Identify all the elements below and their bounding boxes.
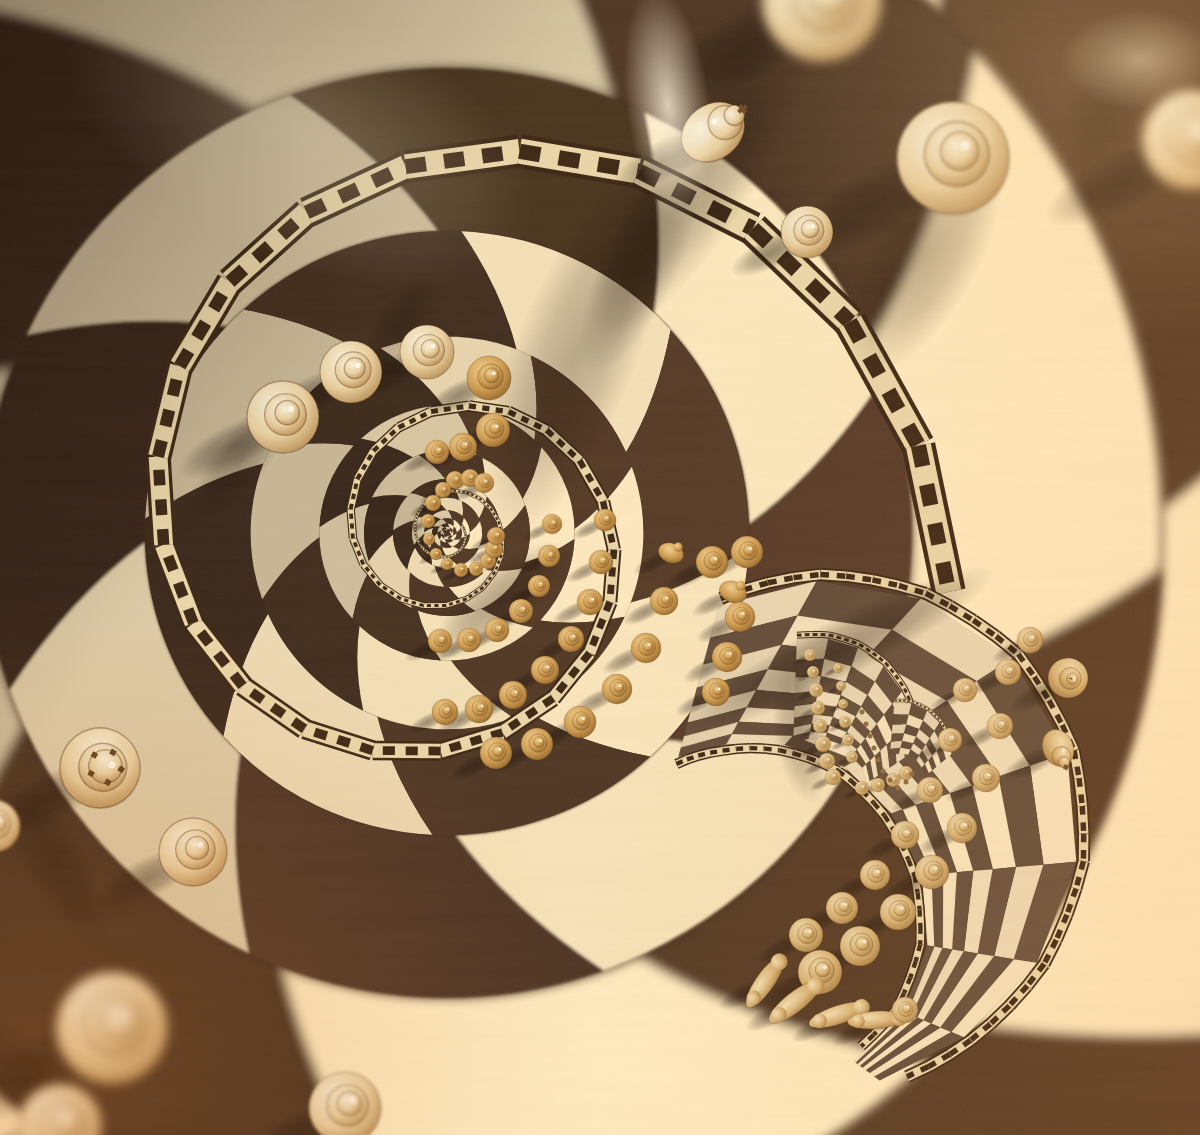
- spiral-chessboard-svg: [0, 0, 1200, 1135]
- grain-texture: [0, 0, 1200, 1135]
- droste-spiral-chessboard-photo: [0, 0, 1200, 1135]
